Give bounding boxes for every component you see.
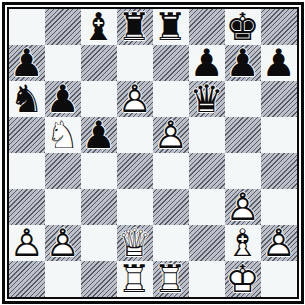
square-a7[interactable]: ♟ — [9, 45, 45, 81]
square-c3[interactable] — [81, 189, 117, 225]
square-d8[interactable]: ♜ — [117, 9, 153, 45]
square-c7[interactable] — [81, 45, 117, 81]
piece-black-pawn: ♟ — [81, 117, 117, 153]
square-e7[interactable] — [153, 45, 189, 81]
piece-glyph-layer: ♟ — [81, 117, 117, 153]
piece-glyph-layer: ♞ — [9, 81, 45, 117]
square-g1[interactable]: ♚♔ — [225, 261, 261, 297]
square-c1[interactable] — [81, 261, 117, 297]
square-a2[interactable]: ♟♙ — [9, 225, 45, 261]
piece-glyph-layer: ♟ — [225, 45, 261, 81]
piece-outline-layer: ♔ — [225, 261, 261, 297]
square-c6[interactable] — [81, 81, 117, 117]
square-a3[interactable] — [9, 189, 45, 225]
piece-outline-layer: ♙ — [45, 225, 81, 261]
piece-glyph-layer: ♜ — [153, 9, 189, 45]
piece-black-knight: ♞ — [9, 81, 45, 117]
piece-white-king: ♚♔ — [225, 261, 261, 297]
piece-glyph-layer: ♚ — [225, 9, 261, 45]
square-e3[interactable] — [153, 189, 189, 225]
square-h4[interactable] — [261, 153, 297, 189]
square-d6[interactable]: ♟♙ — [117, 81, 153, 117]
piece-outline-layer: ♙ — [261, 225, 297, 261]
piece-glyph-layer: ♟ — [45, 81, 81, 117]
piece-outline-layer: ♙ — [117, 81, 153, 117]
piece-outline-layer: ♗ — [225, 225, 261, 261]
square-b4[interactable] — [45, 153, 81, 189]
piece-outline-layer: ♙ — [9, 225, 45, 261]
square-b1[interactable] — [45, 261, 81, 297]
square-h2[interactable]: ♟♙ — [261, 225, 297, 261]
square-a5[interactable] — [9, 117, 45, 153]
piece-glyph-layer: ♜ — [117, 9, 153, 45]
square-h5[interactable] — [261, 117, 297, 153]
square-e8[interactable]: ♜ — [153, 9, 189, 45]
square-f7[interactable]: ♟ — [189, 45, 225, 81]
piece-glyph-layer: ♝ — [81, 9, 117, 45]
square-c2[interactable] — [81, 225, 117, 261]
square-c4[interactable] — [81, 153, 117, 189]
square-g7[interactable]: ♟ — [225, 45, 261, 81]
piece-white-pawn: ♟♙ — [225, 189, 261, 225]
square-c8[interactable]: ♝ — [81, 9, 117, 45]
piece-black-rook: ♜ — [117, 9, 153, 45]
square-c5[interactable]: ♟ — [81, 117, 117, 153]
square-b5[interactable]: ♞♘ — [45, 117, 81, 153]
square-b2[interactable]: ♟♙ — [45, 225, 81, 261]
piece-black-pawn: ♟ — [9, 45, 45, 81]
piece-black-rook: ♜ — [153, 9, 189, 45]
square-a4[interactable] — [9, 153, 45, 189]
square-g3[interactable]: ♟♙ — [225, 189, 261, 225]
piece-black-pawn: ♟ — [225, 45, 261, 81]
piece-white-bishop: ♝♗ — [225, 225, 261, 261]
square-b6[interactable]: ♟ — [45, 81, 81, 117]
piece-outline-layer: ♖ — [153, 261, 189, 297]
page: ♝♜♜♚♟♟♟♟♞♟♟♙♛♞♘♟♟♙♟♙♟♙♟♙♛♕♝♗♟♙♜♖♜♖♚♔ — [0, 0, 305, 305]
square-e1[interactable]: ♜♖ — [153, 261, 189, 297]
piece-black-pawn: ♟ — [189, 45, 225, 81]
piece-black-pawn: ♟ — [261, 45, 297, 81]
square-d2[interactable]: ♛♕ — [117, 225, 153, 261]
piece-black-queen: ♛ — [189, 81, 225, 117]
square-f3[interactable] — [189, 189, 225, 225]
square-b8[interactable] — [45, 9, 81, 45]
board-frame-outer: ♝♜♜♚♟♟♟♟♞♟♟♙♛♞♘♟♟♙♟♙♟♙♟♙♛♕♝♗♟♙♜♖♜♖♚♔ — [2, 2, 304, 304]
square-b7[interactable] — [45, 45, 81, 81]
piece-white-rook: ♜♖ — [117, 261, 153, 297]
square-f1[interactable] — [189, 261, 225, 297]
board-frame-inner: ♝♜♜♚♟♟♟♟♞♟♟♙♛♞♘♟♟♙♟♙♟♙♟♙♛♕♝♗♟♙♜♖♜♖♚♔ — [7, 7, 299, 299]
square-h3[interactable] — [261, 189, 297, 225]
piece-outline-layer: ♕ — [117, 225, 153, 261]
square-a6[interactable]: ♞ — [9, 81, 45, 117]
square-f8[interactable] — [189, 9, 225, 45]
piece-white-pawn: ♟♙ — [117, 81, 153, 117]
square-f2[interactable] — [189, 225, 225, 261]
square-f6[interactable]: ♛ — [189, 81, 225, 117]
square-g2[interactable]: ♝♗ — [225, 225, 261, 261]
square-g8[interactable]: ♚ — [225, 9, 261, 45]
piece-white-knight: ♞♘ — [45, 117, 81, 153]
piece-white-rook: ♜♖ — [153, 261, 189, 297]
piece-outline-layer: ♖ — [117, 261, 153, 297]
square-f5[interactable] — [189, 117, 225, 153]
square-g6[interactable] — [225, 81, 261, 117]
square-g5[interactable] — [225, 117, 261, 153]
square-a1[interactable] — [9, 261, 45, 297]
square-d1[interactable]: ♜♖ — [117, 261, 153, 297]
piece-glyph-layer: ♟ — [261, 45, 297, 81]
piece-white-pawn: ♟♙ — [261, 225, 297, 261]
square-g4[interactable] — [225, 153, 261, 189]
square-h7[interactable]: ♟ — [261, 45, 297, 81]
chess-board: ♝♜♜♚♟♟♟♟♞♟♟♙♛♞♘♟♟♙♟♙♟♙♟♙♛♕♝♗♟♙♜♖♜♖♚♔ — [9, 9, 297, 297]
square-d7[interactable] — [117, 45, 153, 81]
piece-white-pawn: ♟♙ — [45, 225, 81, 261]
square-h8[interactable] — [261, 9, 297, 45]
piece-outline-layer: ♙ — [225, 189, 261, 225]
square-h1[interactable] — [261, 261, 297, 297]
square-f4[interactable] — [189, 153, 225, 189]
piece-glyph-layer: ♛ — [189, 81, 225, 117]
square-h6[interactable] — [261, 81, 297, 117]
square-e6[interactable] — [153, 81, 189, 117]
piece-glyph-layer: ♟ — [9, 45, 45, 81]
piece-outline-layer: ♙ — [153, 117, 189, 153]
square-a8[interactable] — [9, 9, 45, 45]
piece-white-pawn: ♟♙ — [153, 117, 189, 153]
square-d5[interactable] — [117, 117, 153, 153]
square-e2[interactable] — [153, 225, 189, 261]
piece-black-king: ♚ — [225, 9, 261, 45]
square-d4[interactable] — [117, 153, 153, 189]
piece-white-queen: ♛♕ — [117, 225, 153, 261]
square-b3[interactable] — [45, 189, 81, 225]
piece-glyph-layer: ♟ — [189, 45, 225, 81]
square-e5[interactable]: ♟♙ — [153, 117, 189, 153]
piece-outline-layer: ♘ — [45, 117, 81, 153]
square-e4[interactable] — [153, 153, 189, 189]
piece-black-bishop: ♝ — [81, 9, 117, 45]
square-d3[interactable] — [117, 189, 153, 225]
piece-white-pawn: ♟♙ — [9, 225, 45, 261]
piece-black-pawn: ♟ — [45, 81, 81, 117]
